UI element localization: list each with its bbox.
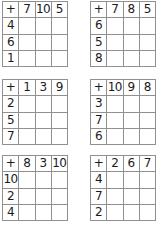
answer-cell[interactable] (35, 34, 51, 50)
row-addend-cell: 3 (91, 96, 107, 112)
col-addend-cell: 10 (51, 156, 67, 172)
answer-cell[interactable] (107, 34, 123, 50)
worksheet-row-3: +83101024 +267472 (2, 155, 165, 221)
answer-cell[interactable] (51, 172, 67, 188)
col-addend-cell: 7 (139, 156, 155, 172)
answer-cell[interactable] (123, 50, 139, 66)
answer-cell[interactable] (51, 18, 67, 34)
operator-cell: + (3, 80, 19, 96)
answer-cell[interactable] (19, 204, 35, 220)
col-addend-cell: 3 (35, 156, 51, 172)
answer-cell[interactable] (35, 188, 51, 204)
answer-cell[interactable] (139, 188, 155, 204)
addition-table-4: +1098376 (90, 79, 156, 145)
answer-cell[interactable] (19, 188, 35, 204)
answer-cell[interactable] (19, 96, 35, 112)
answer-cell[interactable] (35, 96, 51, 112)
answer-cell[interactable] (51, 50, 67, 66)
table-row: 2 (3, 96, 68, 112)
col-addend-cell: 9 (51, 80, 67, 96)
answer-cell[interactable] (107, 172, 123, 188)
row-addend-cell: 10 (3, 172, 19, 188)
answer-cell[interactable] (139, 172, 155, 188)
row-addend-cell: 6 (3, 34, 19, 50)
operator-cell: + (91, 80, 107, 96)
answer-cell[interactable] (107, 18, 123, 34)
answer-cell[interactable] (123, 204, 139, 220)
answer-cell[interactable] (19, 34, 35, 50)
answer-cell[interactable] (139, 112, 155, 128)
table-row: 6 (91, 128, 156, 144)
table-row: 2 (91, 204, 156, 220)
row-addend-cell: 5 (91, 34, 107, 50)
answer-cell[interactable] (51, 112, 67, 128)
answer-cell[interactable] (19, 112, 35, 128)
table-row: +785 (91, 2, 156, 18)
col-addend-cell: 7 (107, 2, 123, 18)
answer-cell[interactable] (139, 96, 155, 112)
addition-table-3: +139257 (2, 79, 68, 145)
operator-cell: + (91, 2, 107, 18)
row-addend-cell: 1 (3, 50, 19, 66)
answer-cell[interactable] (51, 96, 67, 112)
operator-cell: + (91, 156, 107, 172)
row-addend-cell: 2 (3, 96, 19, 112)
col-addend-cell: 10 (107, 80, 123, 96)
col-addend-cell: 6 (123, 156, 139, 172)
col-addend-cell: 9 (123, 80, 139, 96)
addition-table-6: +267472 (90, 155, 156, 221)
answer-cell[interactable] (123, 172, 139, 188)
table-row: +1098 (91, 80, 156, 96)
answer-cell[interactable] (35, 172, 51, 188)
operator-cell: + (3, 156, 19, 172)
answer-cell[interactable] (123, 34, 139, 50)
table-row: 1 (3, 50, 68, 66)
answer-cell[interactable] (35, 112, 51, 128)
answer-cell[interactable] (107, 128, 123, 144)
answer-cell[interactable] (35, 18, 51, 34)
answer-cell[interactable] (123, 112, 139, 128)
row-addend-cell: 7 (3, 128, 19, 144)
answer-cell[interactable] (19, 50, 35, 66)
row-addend-cell: 6 (91, 128, 107, 144)
row-addend-cell: 2 (91, 204, 107, 220)
table-row: 4 (91, 172, 156, 188)
worksheet-page: +7105461 +785658 +139257 +1098376 +83101… (0, 0, 165, 230)
table-row: 5 (3, 112, 68, 128)
col-addend-cell: 7 (19, 2, 35, 18)
row-addend-cell: 4 (91, 172, 107, 188)
answer-cell[interactable] (107, 96, 123, 112)
col-addend-cell: 2 (107, 156, 123, 172)
table-row: +8310 (3, 156, 68, 172)
row-addend-cell: 4 (3, 18, 19, 34)
row-addend-cell: 2 (3, 188, 19, 204)
row-addend-cell: 6 (91, 18, 107, 34)
answer-cell[interactable] (35, 128, 51, 144)
table-row: 6 (3, 34, 68, 50)
answer-cell[interactable] (139, 128, 155, 144)
answer-cell[interactable] (107, 50, 123, 66)
answer-cell[interactable] (139, 204, 155, 220)
col-addend-cell: 8 (123, 2, 139, 18)
answer-cell[interactable] (51, 128, 67, 144)
worksheet-row-2: +139257 +1098376 (2, 79, 165, 145)
col-addend-cell: 3 (35, 80, 51, 96)
col-addend-cell: 5 (51, 2, 67, 18)
answer-cell[interactable] (107, 188, 123, 204)
answer-cell[interactable] (139, 50, 155, 66)
table-row: +139 (3, 80, 68, 96)
table-row: +267 (91, 156, 156, 172)
table-row: 10 (3, 172, 68, 188)
answer-cell[interactable] (107, 112, 123, 128)
answer-cell[interactable] (19, 128, 35, 144)
answer-cell[interactable] (139, 18, 155, 34)
col-addend-cell: 10 (35, 2, 51, 18)
answer-cell[interactable] (107, 204, 123, 220)
addition-table-1: +7105461 (2, 1, 68, 67)
answer-cell[interactable] (51, 204, 67, 220)
answer-cell[interactable] (35, 204, 51, 220)
addition-table-2: +785658 (90, 1, 156, 67)
table-row: +7105 (3, 2, 68, 18)
answer-cell[interactable] (19, 18, 35, 34)
table-row: 7 (3, 128, 68, 144)
table-row: 8 (91, 50, 156, 66)
answer-cell[interactable] (19, 172, 35, 188)
answer-cell[interactable] (123, 128, 139, 144)
answer-cell[interactable] (123, 96, 139, 112)
answer-cell[interactable] (123, 18, 139, 34)
col-addend-cell: 8 (139, 80, 155, 96)
table-row: 5 (91, 34, 156, 50)
worksheet-row-1: +7105461 +785658 (2, 1, 165, 67)
row-addend-cell: 8 (91, 50, 107, 66)
row-addend-cell: 5 (3, 112, 19, 128)
table-row: 3 (91, 96, 156, 112)
addition-table-5: +83101024 (2, 155, 68, 221)
answer-cell[interactable] (35, 50, 51, 66)
row-addend-cell: 7 (91, 112, 107, 128)
operator-cell: + (3, 2, 19, 18)
table-row: 4 (3, 204, 68, 220)
answer-cell[interactable] (123, 188, 139, 204)
table-row: 7 (91, 188, 156, 204)
answer-cell[interactable] (51, 34, 67, 50)
col-addend-cell: 5 (139, 2, 155, 18)
answer-cell[interactable] (51, 188, 67, 204)
row-addend-cell: 7 (91, 188, 107, 204)
table-row: 6 (91, 18, 156, 34)
table-row: 7 (91, 112, 156, 128)
table-row: 4 (3, 18, 68, 34)
col-addend-cell: 8 (19, 156, 35, 172)
table-row: 2 (3, 188, 68, 204)
col-addend-cell: 1 (19, 80, 35, 96)
answer-cell[interactable] (139, 34, 155, 50)
row-addend-cell: 4 (3, 204, 19, 220)
